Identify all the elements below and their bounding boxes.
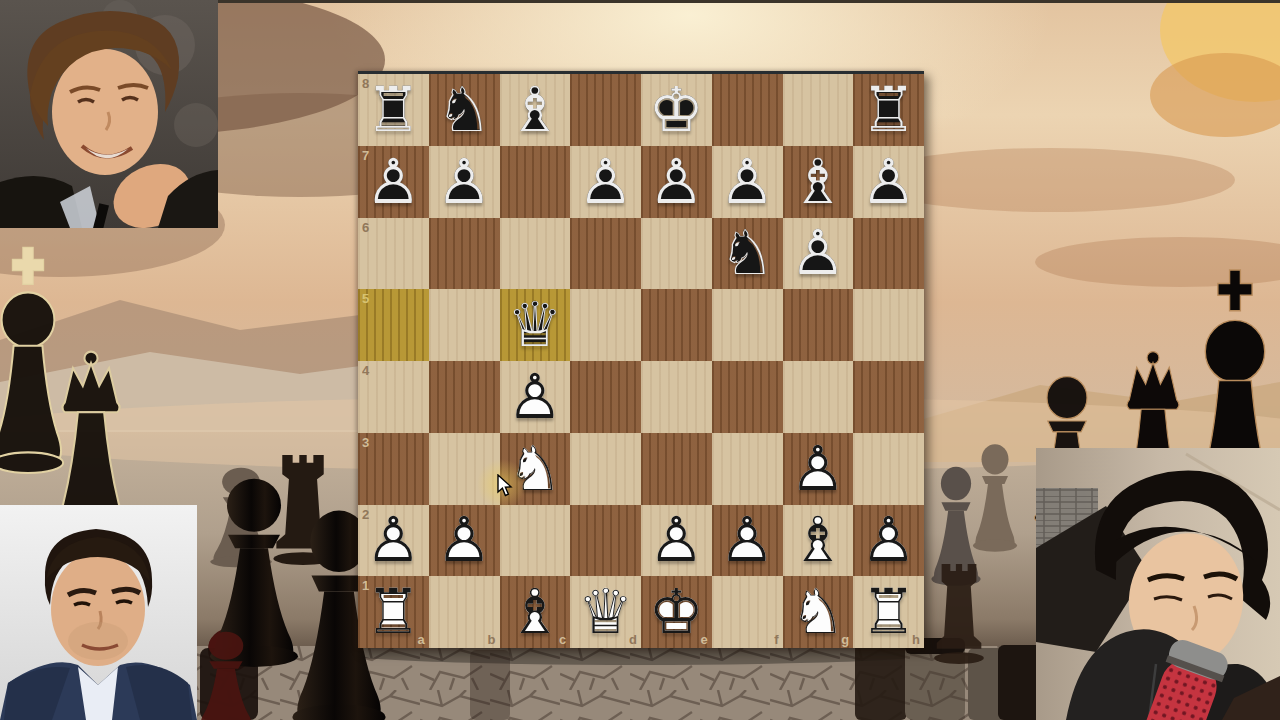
square-a6[interactable]: 6 [358, 218, 429, 290]
piece-white-pawn[interactable]: ♟♙ [783, 433, 854, 505]
piece-outline-glyph: ♙ [783, 433, 854, 505]
piece-fill-glyph: ♟ [641, 146, 712, 218]
piece-fill-glyph: ♚ [641, 74, 712, 146]
square-g1[interactable]: ♞♘g [783, 576, 854, 648]
square-b5[interactable] [429, 289, 500, 361]
piece-fill-glyph: ♜ [358, 74, 429, 146]
square-d7[interactable]: ♟♙ [570, 146, 641, 218]
square-b7[interactable]: ♟♙ [429, 146, 500, 218]
cursor-arrow-icon [498, 475, 511, 496]
square-e1[interactable]: ♚♔e [641, 576, 712, 648]
piece-outline-glyph: ♙ [641, 146, 712, 218]
piece-black-bishop[interactable]: ♝♗ [500, 74, 571, 146]
piece-outline-glyph: ♙ [358, 146, 429, 218]
piece-fill-glyph: ♟ [570, 146, 641, 218]
chess-board-frame: ♜♖8♞♘♝♗♚♔♜♖♟♙7♟♙♟♙♟♙♟♙♝♗♟♙6♞♘♟♙5♛♕4♟♙3♞♘… [358, 71, 924, 648]
piece-fill-glyph: ♚ [641, 576, 712, 648]
piece-outline-glyph: ♙ [853, 146, 924, 218]
piece-outline-glyph: ♙ [429, 505, 500, 577]
piece-white-queen[interactable]: ♛♕ [570, 576, 641, 648]
piece-fill-glyph: ♟ [712, 505, 783, 577]
square-c8[interactable]: ♝♗ [500, 74, 571, 146]
piece-white-pawn[interactable]: ♟♙ [712, 505, 783, 577]
square-d2[interactable] [570, 505, 641, 577]
square-b1[interactable]: b [429, 576, 500, 648]
square-d4[interactable] [570, 361, 641, 433]
piece-black-pawn[interactable]: ♟♙ [641, 146, 712, 218]
square-a2[interactable]: ♟♙2 [358, 505, 429, 577]
square-f1[interactable]: f [712, 576, 783, 648]
stream-frame: ♜♖8♞♘♝♗♚♔♜♖♟♙7♟♙♟♙♟♙♟♙♝♗♟♙6♞♘♟♙5♛♕4♟♙3♞♘… [0, 0, 1280, 720]
rank-label-6: 6 [362, 220, 369, 235]
piece-black-pawn[interactable]: ♟♙ [783, 218, 854, 290]
square-f5[interactable] [712, 289, 783, 361]
file-label-f: f [774, 632, 778, 647]
piece-fill-glyph: ♟ [500, 361, 571, 433]
piece-outline-glyph: ♙ [429, 146, 500, 218]
square-h7[interactable]: ♟♙ [853, 146, 924, 218]
square-h4[interactable] [853, 361, 924, 433]
piece-outline-glyph: ♘ [429, 74, 500, 146]
square-b4[interactable] [429, 361, 500, 433]
piece-outline-glyph: ♖ [853, 74, 924, 146]
piece-outline-glyph: ♙ [570, 146, 641, 218]
piece-outline-glyph: ♕ [500, 289, 571, 361]
piece-outline-glyph: ♗ [500, 576, 571, 648]
piece-fill-glyph: ♜ [853, 576, 924, 648]
player-photo-bottom-left [0, 505, 197, 720]
piece-black-knight[interactable]: ♞♘ [429, 74, 500, 146]
square-b6[interactable] [429, 218, 500, 290]
square-h3[interactable] [853, 433, 924, 505]
piece-white-bishop[interactable]: ♝♗ [783, 505, 854, 577]
piece-outline-glyph: ♙ [712, 146, 783, 218]
square-h2[interactable]: ♟♙ [853, 505, 924, 577]
piece-outline-glyph: ♙ [783, 218, 854, 290]
square-d1[interactable]: ♛♕d [570, 576, 641, 648]
square-a5[interactable]: 5 [358, 289, 429, 361]
rank-label-4: 4 [362, 363, 369, 378]
piece-outline-glyph: ♖ [853, 576, 924, 648]
square-b2[interactable]: ♟♙ [429, 505, 500, 577]
piece-black-pawn[interactable]: ♟♙ [853, 146, 924, 218]
square-a8[interactable]: ♜♖8 [358, 74, 429, 146]
piece-black-pawn[interactable]: ♟♙ [358, 146, 429, 218]
square-e4[interactable] [641, 361, 712, 433]
square-c6[interactable] [500, 218, 571, 290]
square-d8[interactable] [570, 74, 641, 146]
piece-outline-glyph: ♙ [358, 505, 429, 577]
piece-black-pawn[interactable]: ♟♙ [712, 146, 783, 218]
piece-fill-glyph: ♞ [783, 576, 854, 648]
piece-fill-glyph: ♜ [853, 74, 924, 146]
piece-white-bishop[interactable]: ♝♗ [500, 576, 571, 648]
piece-black-bishop[interactable]: ♝♗ [783, 146, 854, 218]
square-c4[interactable]: ♟♙ [500, 361, 571, 433]
piece-fill-glyph: ♟ [429, 505, 500, 577]
square-e5[interactable] [641, 289, 712, 361]
square-h1[interactable]: ♜♖h [853, 576, 924, 648]
square-h6[interactable] [853, 218, 924, 290]
file-label-b: b [488, 632, 496, 647]
piece-white-pawn[interactable]: ♟♙ [429, 505, 500, 577]
square-f6[interactable]: ♞♘ [712, 218, 783, 290]
piece-outline-glyph: ♗ [783, 505, 854, 577]
piece-outline-glyph: ♙ [641, 505, 712, 577]
piece-fill-glyph: ♟ [853, 146, 924, 218]
square-e8[interactable]: ♚♔ [641, 74, 712, 146]
piece-fill-glyph: ♛ [570, 576, 641, 648]
piece-black-knight[interactable]: ♞♘ [712, 218, 783, 290]
square-a4[interactable]: 4 [358, 361, 429, 433]
piece-white-knight[interactable]: ♞♘ [783, 576, 854, 648]
piece-outline-glyph: ♔ [641, 576, 712, 648]
piece-fill-glyph: ♟ [853, 505, 924, 577]
rank-label-5: 5 [362, 291, 369, 306]
piece-fill-glyph: ♝ [783, 146, 854, 218]
square-g6[interactable]: ♟♙ [783, 218, 854, 290]
square-d6[interactable] [570, 218, 641, 290]
square-f7[interactable]: ♟♙ [712, 146, 783, 218]
square-g4[interactable] [783, 361, 854, 433]
piece-white-rook[interactable]: ♜♖ [358, 576, 429, 648]
square-b8[interactable]: ♞♘ [429, 74, 500, 146]
piece-fill-glyph: ♝ [500, 74, 571, 146]
piece-white-pawn[interactable]: ♟♙ [500, 361, 571, 433]
piece-outline-glyph: ♙ [500, 361, 571, 433]
chess-board[interactable]: ♜♖8♞♘♝♗♚♔♜♖♟♙7♟♙♟♙♟♙♟♙♝♗♟♙6♞♘♟♙5♛♕4♟♙3♞♘… [358, 74, 924, 648]
square-h8[interactable]: ♜♖ [853, 74, 924, 146]
piece-black-king[interactable]: ♚♔ [641, 74, 712, 146]
square-g5[interactable] [783, 289, 854, 361]
piece-black-queen[interactable]: ♛♕ [500, 289, 571, 361]
square-f2[interactable]: ♟♙ [712, 505, 783, 577]
piece-outline-glyph: ♔ [641, 74, 712, 146]
piece-fill-glyph: ♝ [783, 505, 854, 577]
square-c2[interactable] [500, 505, 571, 577]
piece-outline-glyph: ♙ [712, 505, 783, 577]
piece-fill-glyph: ♝ [500, 576, 571, 648]
piece-fill-glyph: ♛ [500, 289, 571, 361]
piece-fill-glyph: ♟ [429, 146, 500, 218]
square-f8[interactable] [712, 74, 783, 146]
piece-outline-glyph: ♘ [783, 576, 854, 648]
piece-white-pawn[interactable]: ♟♙ [853, 505, 924, 577]
square-d3[interactable] [570, 433, 641, 505]
square-e6[interactable] [641, 218, 712, 290]
piece-black-rook[interactable]: ♜♖ [358, 74, 429, 146]
piece-black-pawn[interactable]: ♟♙ [570, 146, 641, 218]
piece-outline-glyph: ♖ [358, 576, 429, 648]
piece-white-rook[interactable]: ♜♖ [853, 576, 924, 648]
piece-outline-glyph: ♗ [783, 146, 854, 218]
square-c5[interactable]: ♛♕ [500, 289, 571, 361]
square-g2[interactable]: ♝♗ [783, 505, 854, 577]
mouse-cursor [497, 474, 515, 498]
square-a3[interactable]: 3 [358, 433, 429, 505]
player-photo-top-left [0, 0, 218, 228]
piece-black-rook[interactable]: ♜♖ [853, 74, 924, 146]
piece-white-pawn[interactable]: ♟♙ [358, 505, 429, 577]
square-c1[interactable]: ♝♗c [500, 576, 571, 648]
square-f4[interactable] [712, 361, 783, 433]
square-g8[interactable] [783, 74, 854, 146]
piece-fill-glyph: ♜ [358, 576, 429, 648]
piece-outline-glyph: ♘ [712, 218, 783, 290]
square-h5[interactable] [853, 289, 924, 361]
square-e3[interactable] [641, 433, 712, 505]
piece-outline-glyph: ♕ [570, 576, 641, 648]
piece-fill-glyph: ♞ [712, 218, 783, 290]
square-g7[interactable]: ♝♗ [783, 146, 854, 218]
square-c7[interactable] [500, 146, 571, 218]
piece-fill-glyph: ♟ [641, 505, 712, 577]
piece-fill-glyph: ♟ [358, 505, 429, 577]
streamer-webcam [1036, 448, 1280, 720]
piece-fill-glyph: ♟ [783, 218, 854, 290]
square-e7[interactable]: ♟♙ [641, 146, 712, 218]
piece-fill-glyph: ♟ [712, 146, 783, 218]
piece-black-pawn[interactable]: ♟♙ [429, 146, 500, 218]
square-f3[interactable] [712, 433, 783, 505]
piece-white-pawn[interactable]: ♟♙ [641, 505, 712, 577]
square-g3[interactable]: ♟♙ [783, 433, 854, 505]
square-a7[interactable]: ♟♙7 [358, 146, 429, 218]
piece-fill-glyph: ♞ [429, 74, 500, 146]
square-a1[interactable]: ♜♖1a [358, 576, 429, 648]
square-d5[interactable] [570, 289, 641, 361]
piece-fill-glyph: ♟ [783, 433, 854, 505]
piece-outline-glyph: ♗ [500, 74, 571, 146]
piece-outline-glyph: ♖ [358, 74, 429, 146]
piece-outline-glyph: ♙ [853, 505, 924, 577]
rank-label-3: 3 [362, 435, 369, 450]
square-e2[interactable]: ♟♙ [641, 505, 712, 577]
piece-white-king[interactable]: ♚♔ [641, 576, 712, 648]
piece-fill-glyph: ♟ [358, 146, 429, 218]
